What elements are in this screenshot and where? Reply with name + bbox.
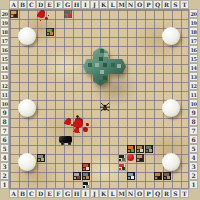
piece-gray-unit-detail bbox=[77, 176, 80, 179]
piece-dark-brown-unit[interactable] bbox=[163, 172, 171, 180]
piece-brown-beast-unit-detail bbox=[14, 14, 17, 17]
piece-boulder[interactable] bbox=[18, 99, 36, 117]
piece-brown-beast-unit[interactable] bbox=[10, 10, 18, 18]
col-label-P: P bbox=[144, 189, 153, 198]
cross-stone-block bbox=[100, 70, 104, 74]
piece-white-tile-figure[interactable] bbox=[82, 181, 90, 189]
row-label-12: 12 bbox=[0, 81, 9, 90]
piece-white-tile-figure-detail bbox=[86, 185, 89, 188]
cross-stone-block bbox=[99, 80, 103, 84]
row-label-13: 13 bbox=[0, 72, 9, 81]
row-label-12: 12 bbox=[189, 81, 198, 90]
row-label-18: 18 bbox=[189, 27, 198, 36]
row-label-8: 8 bbox=[189, 117, 198, 126]
row-label-5: 5 bbox=[189, 144, 198, 153]
piece-green-warrior-unit-detail bbox=[50, 32, 53, 35]
piece-tan-unit-detail bbox=[140, 158, 143, 161]
piece-dark-unit-2-detail bbox=[86, 176, 89, 179]
piece-green-warrior-unit[interactable] bbox=[46, 28, 54, 36]
row-label-6: 6 bbox=[0, 135, 9, 144]
row-label-1: 1 bbox=[0, 180, 9, 189]
row-label-17: 17 bbox=[0, 36, 9, 45]
col-label-O: O bbox=[135, 189, 144, 198]
piece-brown-figure-unit-detail bbox=[158, 176, 161, 179]
piece-orange-unit[interactable] bbox=[127, 145, 135, 153]
piece-brown-figure-unit-detail bbox=[155, 177, 157, 179]
piece-dark-blue-unit[interactable] bbox=[127, 172, 135, 180]
piece-dark-blue-unit-detail bbox=[128, 177, 130, 179]
piece-boulder[interactable] bbox=[162, 27, 180, 45]
piece-armored-unit-detail bbox=[65, 15, 67, 17]
col-label-M: M bbox=[117, 0, 126, 9]
col-label-I: I bbox=[81, 189, 90, 198]
piece-black-cannon[interactable] bbox=[59, 136, 72, 146]
piece-red-white-unit[interactable] bbox=[118, 163, 126, 171]
piece-armored-unit[interactable] bbox=[64, 10, 72, 18]
piece-dark-unit[interactable] bbox=[37, 154, 45, 162]
row-label-7: 7 bbox=[189, 126, 198, 135]
piece-dark-green-unit-detail bbox=[149, 149, 152, 152]
piece-green-warrior-unit-detail bbox=[47, 33, 49, 35]
col-label-O: O bbox=[135, 0, 144, 9]
piece-brown-figure-unit[interactable] bbox=[154, 172, 162, 180]
row-label-2: 2 bbox=[0, 171, 9, 180]
row-label-1: 1 bbox=[189, 180, 198, 189]
cross-stone-block bbox=[117, 64, 121, 68]
col-label-C: C bbox=[27, 0, 36, 9]
col-label-Q: Q bbox=[153, 0, 162, 9]
row-label-10: 10 bbox=[189, 99, 198, 108]
piece-red-dark-unit-detail bbox=[86, 167, 89, 170]
piece-dark-unit-detail bbox=[38, 159, 40, 161]
col-label-A: A bbox=[9, 0, 18, 9]
col-label-F: F bbox=[54, 0, 63, 9]
piece-blood-splatter[interactable] bbox=[65, 119, 71, 125]
cross-stone-block bbox=[103, 76, 107, 80]
col-label-A: A bbox=[9, 189, 18, 198]
row-label-18: 18 bbox=[0, 27, 9, 36]
piece-brown-unit-detail bbox=[140, 149, 143, 152]
piece-white-black-unit-detail bbox=[122, 158, 125, 161]
piece-giant-spider[interactable] bbox=[100, 97, 110, 107]
col-label-S: S bbox=[171, 0, 180, 9]
col-label-I: I bbox=[81, 0, 90, 9]
col-label-G: G bbox=[63, 189, 72, 198]
piece-dark-unit-2-detail bbox=[83, 177, 85, 179]
battle-board: AABBCCDDEEFFGGHHIIJJKKLLMMNNOOPPQQRRSSTT… bbox=[0, 0, 200, 200]
piece-dark-brown-unit-detail bbox=[164, 177, 166, 179]
piece-blood-splatter[interactable] bbox=[74, 119, 83, 128]
piece-dark-blue-unit-detail bbox=[131, 176, 134, 179]
piece-ruin-cross[interactable] bbox=[83, 47, 126, 86]
piece-dark-green-unit-detail bbox=[146, 150, 148, 152]
col-label-H: H bbox=[72, 189, 81, 198]
piece-brown-unit-detail bbox=[137, 150, 139, 152]
col-label-N: N bbox=[126, 0, 135, 9]
piece-white-black-unit[interactable] bbox=[118, 154, 126, 162]
piece-gray-unit-detail bbox=[74, 177, 76, 179]
cannon-wheel bbox=[68, 142, 71, 145]
cross-stone-block bbox=[111, 63, 115, 67]
cross-stone-block bbox=[103, 63, 107, 67]
col-label-B: B bbox=[18, 0, 27, 9]
col-label-P: P bbox=[144, 0, 153, 9]
col-label-G: G bbox=[63, 0, 72, 9]
piece-red-white-unit-detail bbox=[122, 167, 125, 170]
row-label-8: 8 bbox=[0, 117, 9, 126]
col-label-L: L bbox=[108, 0, 117, 9]
piece-blood-splatter[interactable] bbox=[74, 128, 79, 133]
col-label-K: K bbox=[99, 189, 108, 198]
row-label-14: 14 bbox=[0, 63, 9, 72]
cross-stone-block bbox=[95, 63, 99, 67]
col-label-H: H bbox=[72, 0, 81, 9]
col-label-F: F bbox=[54, 189, 63, 198]
piece-boulder[interactable] bbox=[18, 27, 36, 45]
col-label-N: N bbox=[126, 189, 135, 198]
piece-boulder[interactable] bbox=[18, 153, 36, 171]
row-label-2: 2 bbox=[189, 171, 198, 180]
row-label-16: 16 bbox=[0, 45, 9, 54]
piece-boulder[interactable] bbox=[162, 153, 180, 171]
row-label-19: 19 bbox=[189, 18, 198, 27]
spider-icon bbox=[100, 102, 110, 112]
col-label-L: L bbox=[108, 189, 117, 198]
col-label-T: T bbox=[180, 0, 189, 9]
col-label-D: D bbox=[36, 189, 45, 198]
piece-stick-figure[interactable] bbox=[74, 109, 81, 118]
row-label-10: 10 bbox=[0, 99, 9, 108]
piece-tan-unit-detail bbox=[137, 159, 139, 161]
col-label-M: M bbox=[117, 189, 126, 198]
piece-blood-splatter[interactable] bbox=[38, 11, 45, 18]
cross-stone-block bbox=[88, 63, 92, 67]
col-label-C: C bbox=[27, 189, 36, 198]
col-label-R: R bbox=[162, 189, 171, 198]
row-label-17: 17 bbox=[189, 36, 198, 45]
piece-armored-unit-detail bbox=[68, 14, 71, 17]
cross-stone-block bbox=[99, 57, 103, 61]
row-label-6: 6 bbox=[189, 135, 198, 144]
row-label-11: 11 bbox=[189, 90, 198, 99]
row-label-4: 4 bbox=[0, 153, 9, 162]
col-label-S: S bbox=[171, 189, 180, 198]
piece-boulder[interactable] bbox=[162, 99, 180, 117]
row-label-15: 15 bbox=[0, 54, 9, 63]
cross-stone-block bbox=[104, 53, 108, 57]
row-label-13: 13 bbox=[189, 72, 198, 81]
col-label-B: B bbox=[18, 189, 27, 198]
piece-brown-beast-unit-detail bbox=[11, 15, 13, 17]
piece-red-white-unit-detail bbox=[119, 168, 121, 170]
row-label-5: 5 bbox=[0, 144, 9, 153]
row-label-15: 15 bbox=[189, 54, 198, 63]
piece-dark-brown-unit-detail bbox=[167, 176, 170, 179]
piece-red-marker[interactable] bbox=[127, 154, 134, 161]
piece-red-dark-unit-detail bbox=[83, 168, 85, 170]
col-label-D: D bbox=[36, 0, 45, 9]
row-label-9: 9 bbox=[0, 108, 9, 117]
row-label-20: 20 bbox=[189, 9, 198, 18]
piece-dark-unit-detail bbox=[41, 158, 44, 161]
row-label-16: 16 bbox=[189, 45, 198, 54]
col-label-T: T bbox=[180, 189, 189, 198]
col-label-E: E bbox=[45, 189, 54, 198]
piece-dark-green-unit[interactable] bbox=[145, 145, 153, 153]
row-label-3: 3 bbox=[0, 162, 9, 171]
row-label-9: 9 bbox=[189, 108, 198, 117]
col-label-Q: Q bbox=[153, 189, 162, 198]
col-label-E: E bbox=[45, 0, 54, 9]
col-label-J: J bbox=[90, 189, 99, 198]
piece-red-dark-unit[interactable] bbox=[82, 163, 90, 171]
piece-brown-unit[interactable] bbox=[136, 145, 144, 153]
col-label-K: K bbox=[99, 0, 108, 9]
col-label-J: J bbox=[90, 0, 99, 9]
piece-tan-unit[interactable] bbox=[136, 154, 144, 162]
row-label-19: 19 bbox=[0, 18, 9, 27]
piece-orange-unit-detail bbox=[128, 150, 130, 152]
piece-white-black-unit-detail bbox=[119, 159, 121, 161]
piece-orange-unit-detail bbox=[131, 149, 134, 152]
piece-gray-unit[interactable] bbox=[73, 172, 81, 180]
piece-dark-unit-2[interactable] bbox=[82, 172, 90, 180]
row-label-7: 7 bbox=[0, 126, 9, 135]
row-label-20: 20 bbox=[0, 9, 9, 18]
row-label-4: 4 bbox=[189, 153, 198, 162]
piece-white-tile-figure-detail bbox=[83, 186, 85, 188]
col-label-R: R bbox=[162, 0, 171, 9]
row-label-14: 14 bbox=[189, 63, 198, 72]
row-label-11: 11 bbox=[0, 90, 9, 99]
row-label-3: 3 bbox=[189, 162, 198, 171]
cannon-wheel bbox=[61, 142, 64, 145]
